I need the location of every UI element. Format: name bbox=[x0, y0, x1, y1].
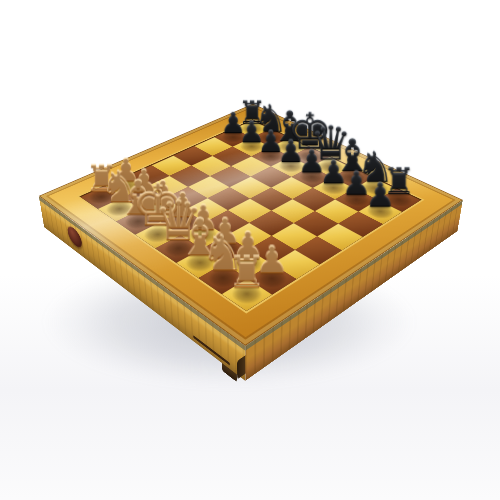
black-pawn-glyph: ♟ bbox=[365, 178, 395, 212]
drawer-gap bbox=[193, 335, 230, 366]
drawer-knob bbox=[66, 223, 82, 251]
chess-box: ♜♞♝♚♛♝♞♜♟♟♟♟♟♟♟♟♟♟♟♟♟♟♟♟♜♞♝♚♛♝♞♜ bbox=[39, 104, 463, 346]
chess-box-top: ♜♞♝♚♛♝♞♜♟♟♟♟♟♟♟♟♟♟♟♟♟♟♟♟♜♞♝♚♛♝♞♜ bbox=[39, 104, 463, 346]
box-foot bbox=[222, 363, 237, 382]
product-photo-scene: ♜♞♝♚♛♝♞♜♟♟♟♟♟♟♟♟♟♟♟♟♟♟♟♟♜♞♝♚♛♝♞♜ bbox=[0, 0, 500, 500]
perspective-viewport: ♜♞♝♚♛♝♞♜♟♟♟♟♟♟♟♟♟♟♟♟♟♟♟♟♜♞♝♚♛♝♞♜ bbox=[0, 0, 500, 500]
white-rook-glyph: ♜ bbox=[227, 251, 266, 295]
